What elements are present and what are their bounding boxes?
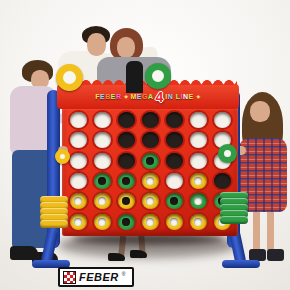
girl-face xyxy=(250,101,270,122)
yellow-disc xyxy=(118,193,135,209)
board-cell-r5c2[interactable] xyxy=(90,191,114,211)
yellow-disc xyxy=(190,214,207,230)
disc-center-hole xyxy=(98,197,106,205)
board-cell-r1c4[interactable] xyxy=(138,110,162,130)
yellow-disc xyxy=(166,214,183,230)
father-face xyxy=(87,33,106,56)
connect-four-board xyxy=(62,106,238,236)
green-disc xyxy=(94,173,111,189)
star-icon: ✦ xyxy=(196,93,201,100)
feber-checker-icon xyxy=(63,271,76,284)
board-cell-r5c4[interactable] xyxy=(138,191,162,211)
board-cell-r6c2[interactable] xyxy=(90,212,114,232)
held-disc-father-yellow[interactable] xyxy=(56,64,83,91)
disc-center-hole xyxy=(146,157,154,165)
board-cell-r4c3[interactable] xyxy=(114,171,138,191)
banner-brand-text: FEBER xyxy=(95,93,121,100)
empty-hole xyxy=(190,112,207,128)
board-cell-r4c1[interactable] xyxy=(66,171,90,191)
board-grid xyxy=(66,110,234,232)
disc-center-hole xyxy=(74,197,82,205)
yellow-disc xyxy=(70,214,87,230)
board-cell-r2c2[interactable] xyxy=(90,130,114,150)
held-disc-girl-green[interactable] xyxy=(218,144,237,163)
board-cell-r6c4[interactable] xyxy=(138,212,162,232)
held-disc-boy-yellow[interactable] xyxy=(55,149,70,164)
disc-center-hole xyxy=(146,218,154,226)
yellow-disc xyxy=(142,193,159,209)
board-cell-r6c1[interactable] xyxy=(66,212,90,232)
green-disc xyxy=(118,214,135,230)
board-cell-r6c3[interactable] xyxy=(114,212,138,232)
board-cell-r2c5[interactable] xyxy=(162,130,186,150)
mother-heel-shoe xyxy=(130,250,147,258)
yellow-disc xyxy=(142,173,159,189)
empty-hole xyxy=(166,153,183,169)
empty-hole xyxy=(70,112,87,128)
empty-hole xyxy=(94,112,111,128)
girl-leg xyxy=(267,210,274,250)
disc-center-hole xyxy=(194,197,202,205)
yellow-disc xyxy=(94,193,111,209)
disc-center-hole xyxy=(122,218,130,226)
disc-center-hole xyxy=(98,218,106,226)
empty-hole xyxy=(94,132,111,148)
board-cell-r5c3[interactable] xyxy=(114,191,138,211)
girl-leg xyxy=(253,210,260,250)
girl-shoe xyxy=(267,249,284,261)
empty-hole xyxy=(166,173,183,189)
yellow-disc xyxy=(70,193,87,209)
board-cell-r2c3[interactable] xyxy=(114,130,138,150)
feber-logo-box: FEBER ® xyxy=(58,267,134,287)
registered-mark: ® xyxy=(122,271,126,277)
empty-hole xyxy=(166,112,183,128)
board-cell-r1c3[interactable] xyxy=(114,110,138,130)
empty-hole xyxy=(142,112,159,128)
scene: FEBER ✦ MEGA 4 IN LINE ✦ FEBER ® xyxy=(0,0,290,290)
board-cell-r4c2[interactable] xyxy=(90,171,114,191)
board-cell-r1c7[interactable] xyxy=(210,110,234,130)
board-cell-r4c5[interactable] xyxy=(162,171,186,191)
board-cell-r4c7[interactable] xyxy=(210,171,234,191)
empty-hole xyxy=(118,153,135,169)
mother-top xyxy=(126,61,143,93)
banner-title-in-line: IN LINE xyxy=(165,93,193,100)
board-cell-r5c6[interactable] xyxy=(186,191,210,211)
spare-disc-stack-yellow[interactable] xyxy=(40,198,68,228)
board-cell-r6c5[interactable] xyxy=(162,212,186,232)
board-cell-r4c6[interactable] xyxy=(186,171,210,191)
empty-hole xyxy=(70,132,87,148)
mother-heel-shoe xyxy=(108,253,125,261)
green-disc xyxy=(166,193,183,209)
board-cell-r1c1[interactable] xyxy=(66,110,90,130)
board-cell-r1c5[interactable] xyxy=(162,110,186,130)
board-cell-r2c1[interactable] xyxy=(66,130,90,150)
green-disc xyxy=(142,153,159,169)
disc-center-hole xyxy=(122,197,130,205)
disc-center-hole xyxy=(170,218,178,226)
disc-center-hole xyxy=(170,197,178,205)
empty-hole xyxy=(118,112,135,128)
held-disc-mother-green[interactable] xyxy=(145,63,171,89)
mother-face xyxy=(117,37,135,58)
disc-center-hole xyxy=(194,177,202,185)
empty-hole xyxy=(190,132,207,148)
frame-foot-right xyxy=(222,260,260,268)
disc-center-hole xyxy=(146,197,154,205)
star-icon: ✦ xyxy=(123,93,128,100)
empty-hole xyxy=(94,153,111,169)
disc-center-hole xyxy=(194,218,202,226)
yellow-disc xyxy=(142,214,159,230)
board-cell-r6c6[interactable] xyxy=(186,212,210,232)
yellow-stacked-disc xyxy=(40,220,68,228)
green-stacked-disc xyxy=(220,216,248,224)
board-cell-r5c1[interactable] xyxy=(66,191,90,211)
board-cell-r3c5[interactable] xyxy=(162,151,186,171)
empty-hole xyxy=(214,112,231,128)
empty-hole xyxy=(214,173,231,189)
empty-hole xyxy=(70,153,87,169)
board-cell-r3c4[interactable] xyxy=(138,151,162,171)
board-cell-r1c2[interactable] xyxy=(90,110,114,130)
board-cell-r5c5[interactable] xyxy=(162,191,186,211)
green-disc xyxy=(118,173,135,189)
yellow-disc xyxy=(190,173,207,189)
empty-hole xyxy=(166,132,183,148)
spare-disc-stack-green[interactable] xyxy=(220,194,248,224)
disc-center-hole xyxy=(98,177,106,185)
feber-logo-text: FEBER xyxy=(79,271,119,283)
disc-center-hole xyxy=(74,218,82,226)
board-cell-r2c6[interactable] xyxy=(186,130,210,150)
empty-hole xyxy=(190,153,207,169)
banner-title-mega: MEGA xyxy=(130,93,153,100)
empty-hole xyxy=(70,173,87,189)
empty-hole xyxy=(118,132,135,148)
board-cell-r2c4[interactable] xyxy=(138,130,162,150)
yellow-disc xyxy=(94,214,111,230)
top-rail-banner: FEBER ✦ MEGA 4 IN LINE ✦ xyxy=(57,84,239,109)
banner-title-4: 4 xyxy=(156,90,164,104)
board-cell-r3c2[interactable] xyxy=(90,151,114,171)
board-cell-r3c3[interactable] xyxy=(114,151,138,171)
board-cell-r4c4[interactable] xyxy=(138,171,162,191)
empty-hole xyxy=(142,132,159,148)
disc-center-hole xyxy=(146,177,154,185)
board-cell-r3c6[interactable] xyxy=(186,151,210,171)
green-disc xyxy=(190,193,207,209)
board-cell-r1c6[interactable] xyxy=(186,110,210,130)
disc-center-hole xyxy=(122,177,130,185)
